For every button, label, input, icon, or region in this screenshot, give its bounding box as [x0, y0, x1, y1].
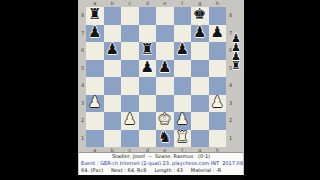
square-c1[interactable]	[121, 130, 139, 148]
chess-app-window: abcdefgh abcdefgh 87654321 87654321 ♜♚♟♟…	[78, 0, 244, 180]
black-rook[interactable]: ♜	[141, 42, 154, 57]
square-f4[interactable]	[174, 77, 192, 95]
square-e4[interactable]	[156, 77, 174, 95]
white-pawn[interactable]: ♟	[211, 95, 224, 110]
square-b1[interactable]	[104, 130, 122, 148]
square-b5[interactable]	[104, 60, 122, 78]
black-pawn[interactable]: ♟	[193, 25, 206, 40]
coord-label: 7	[80, 25, 85, 43]
black-pawn[interactable]: ♟	[106, 42, 119, 57]
square-d5[interactable]: ♟	[139, 60, 157, 78]
square-h1[interactable]	[209, 130, 227, 148]
square-c5[interactable]	[121, 60, 139, 78]
square-g2[interactable]	[191, 112, 209, 130]
black-pawn[interactable]: ♟	[176, 42, 189, 57]
white-pawn[interactable]: ♟	[123, 112, 136, 127]
square-a7[interactable]: ♟	[86, 25, 104, 43]
square-g3[interactable]	[191, 95, 209, 113]
square-g7[interactable]: ♟	[191, 25, 209, 43]
black-pawn[interactable]: ♟	[141, 60, 154, 75]
square-d4[interactable]	[139, 77, 157, 95]
square-a6[interactable]	[86, 42, 104, 60]
square-e7[interactable]	[156, 25, 174, 43]
square-c7[interactable]	[121, 25, 139, 43]
square-b3[interactable]	[104, 95, 122, 113]
coord-label: 2	[228, 112, 233, 130]
black-pawn[interactable]: ♟	[88, 25, 101, 40]
coord-label: 3	[228, 95, 233, 113]
bottom-strip	[78, 175, 244, 180]
white-rook[interactable]: ♜	[176, 130, 189, 145]
square-d1[interactable]	[139, 130, 157, 148]
black-pawn[interactable]: ♟	[158, 60, 171, 75]
event-line: Event : GER-ch Internet (2-qual) 23. pla…	[79, 160, 243, 167]
black-knight[interactable]: ♞	[158, 130, 171, 145]
coord-label: 1	[80, 130, 85, 148]
coord-label: 8	[80, 7, 85, 25]
square-c8[interactable]	[121, 7, 139, 25]
square-b4[interactable]	[104, 77, 122, 95]
square-f1[interactable]: ♜	[174, 130, 192, 148]
square-c6[interactable]	[121, 42, 139, 60]
square-h7[interactable]: ♟	[209, 25, 227, 43]
white-king[interactable]: ♚	[158, 112, 171, 127]
white-pawn[interactable]: ♟	[88, 95, 101, 110]
square-f6[interactable]: ♟	[174, 42, 192, 60]
square-d2[interactable]	[139, 112, 157, 130]
black-rook[interactable]: ♜	[88, 7, 101, 22]
tray-black-rook: ♜	[231, 60, 241, 71]
square-c4[interactable]	[121, 77, 139, 95]
square-f5[interactable]	[174, 60, 192, 78]
coord-label: 4	[80, 77, 85, 95]
white-pawn[interactable]: ♟	[176, 112, 189, 127]
coord-label: 1	[228, 130, 233, 148]
rank-labels-left: 87654321	[80, 7, 85, 147]
square-d8[interactable]	[139, 7, 157, 25]
square-a3[interactable]: ♟	[86, 95, 104, 113]
players-result-line: Stadler, Josef -- Svane, Rasmus (0-1)	[79, 153, 243, 160]
square-h3[interactable]: ♟	[209, 95, 227, 113]
coord-label: 2	[80, 112, 85, 130]
square-c2[interactable]: ♟	[121, 112, 139, 130]
square-h5[interactable]	[209, 60, 227, 78]
square-e8[interactable]	[156, 7, 174, 25]
square-h6[interactable]	[209, 42, 227, 60]
square-f8[interactable]	[174, 7, 192, 25]
coord-label: 3	[80, 95, 85, 113]
black-pawn[interactable]: ♟	[211, 25, 224, 40]
square-a2[interactable]	[86, 112, 104, 130]
square-e1[interactable]: ♞	[156, 130, 174, 148]
square-b8[interactable]	[104, 7, 122, 25]
square-g4[interactable]	[191, 77, 209, 95]
square-g5[interactable]	[191, 60, 209, 78]
coord-label: 6	[80, 42, 85, 60]
square-a5[interactable]	[86, 60, 104, 78]
chess-board: ♜♚♟♟♟♟♜♟♟♟♟♟♟♚♟♞♜	[86, 7, 226, 147]
square-b2[interactable]	[104, 112, 122, 130]
square-b6[interactable]: ♟	[104, 42, 122, 60]
square-d3[interactable]	[139, 95, 157, 113]
moves-status-line: 64. (Pxc) Next : 64. Rc8 Length : 43 Mat…	[79, 167, 243, 174]
square-a1[interactable]	[86, 130, 104, 148]
square-h2[interactable]	[209, 112, 227, 130]
captured-material-tray: ♟♟♟♜	[230, 34, 242, 70]
coord-label: 8	[228, 7, 233, 25]
screenshot-root: { "game": "chess", "position": "r5k1/p5p…	[0, 0, 320, 180]
coord-label: 5	[80, 60, 85, 78]
square-g6[interactable]	[191, 42, 209, 60]
rank-labels-right: 87654321	[228, 7, 233, 147]
coord-label: 4	[228, 77, 233, 95]
square-g1[interactable]	[191, 130, 209, 148]
black-king[interactable]: ♚	[193, 7, 206, 22]
game-info-bar: Stadler, Josef -- Svane, Rasmus (0-1) Ev…	[79, 152, 243, 175]
square-e5[interactable]: ♟	[156, 60, 174, 78]
